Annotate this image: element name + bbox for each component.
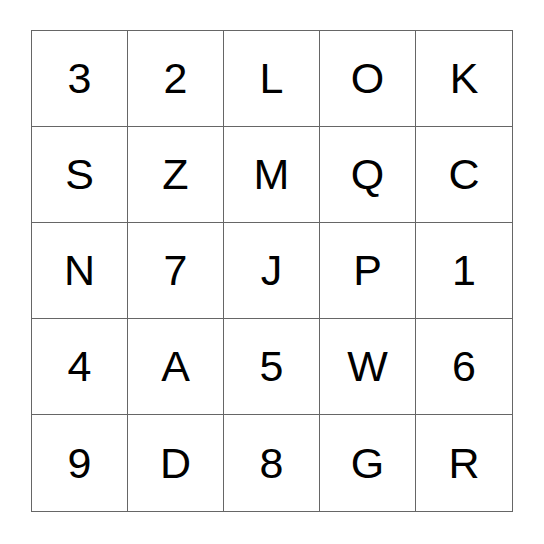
grid-cell-r1c5[interactable]: K [416,31,512,127]
grid-cell-r4c5[interactable]: 6 [416,319,512,415]
bingo-card-grid: 32LOKSZMQCN7JP14A5W69D8GR [31,30,513,512]
grid-cell-r5c3[interactable]: 8 [224,415,320,511]
grid-cell-r4c4[interactable]: W [320,319,416,415]
grid-cell-r2c5[interactable]: C [416,127,512,223]
grid-cell-r3c3[interactable]: J [224,223,320,319]
grid-cell-r4c1[interactable]: 4 [32,319,128,415]
grid-cell-r4c3[interactable]: 5 [224,319,320,415]
grid-cell-r1c2[interactable]: 2 [128,31,224,127]
grid-cell-r5c1[interactable]: 9 [32,415,128,511]
grid-cell-r5c2[interactable]: D [128,415,224,511]
grid-cell-r5c5[interactable]: R [416,415,512,511]
grid-cell-r3c5[interactable]: 1 [416,223,512,319]
grid-cell-r1c1[interactable]: 3 [32,31,128,127]
grid-cell-r3c4[interactable]: P [320,223,416,319]
grid-cell-r4c2[interactable]: A [128,319,224,415]
grid-cell-r1c4[interactable]: O [320,31,416,127]
grid-cell-r5c4[interactable]: G [320,415,416,511]
grid-cell-r2c3[interactable]: M [224,127,320,223]
grid-cell-r3c2[interactable]: 7 [128,223,224,319]
grid-cell-r2c2[interactable]: Z [128,127,224,223]
grid-cell-r2c1[interactable]: S [32,127,128,223]
grid-cell-r1c3[interactable]: L [224,31,320,127]
grid-cell-r2c4[interactable]: Q [320,127,416,223]
bingo-card-container: 32LOKSZMQCN7JP14A5W69D8GR [31,30,513,512]
grid-cell-r3c1[interactable]: N [32,223,128,319]
